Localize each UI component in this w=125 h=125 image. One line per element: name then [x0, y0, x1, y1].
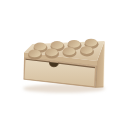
product-photo — [0, 0, 125, 125]
wooden-brick-drawer-illustration — [0, 0, 125, 125]
